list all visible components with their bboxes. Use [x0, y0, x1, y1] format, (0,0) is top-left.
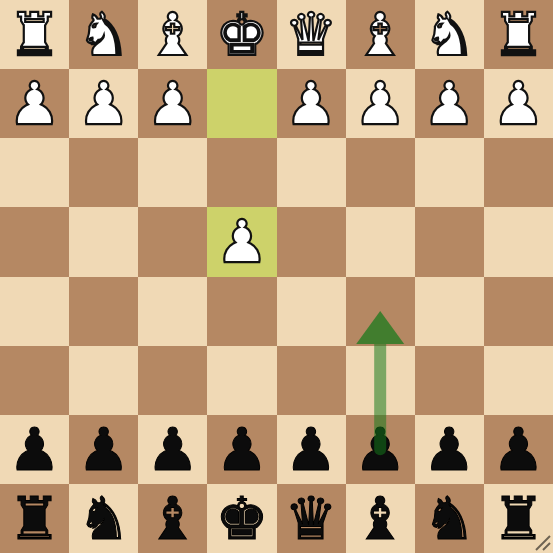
- black-rook[interactable]: ♜: [8, 484, 61, 553]
- black-bishop[interactable]: ♝: [146, 484, 199, 553]
- square-b8[interactable]: ♞: [415, 484, 484, 553]
- square-h7[interactable]: ♟: [0, 415, 69, 484]
- square-b4[interactable]: [415, 207, 484, 276]
- white-knight[interactable]: ♞: [77, 0, 130, 69]
- square-a6[interactable]: [484, 346, 553, 415]
- white-pawn[interactable]: ♟: [8, 69, 61, 138]
- black-bishop[interactable]: ♝: [354, 484, 407, 553]
- square-b3[interactable]: [415, 138, 484, 207]
- square-e8[interactable]: ♚: [207, 484, 276, 553]
- square-a5[interactable]: [484, 277, 553, 346]
- white-pawn[interactable]: ♟: [423, 69, 476, 138]
- square-h6[interactable]: [0, 346, 69, 415]
- square-e6[interactable]: [207, 346, 276, 415]
- square-g5[interactable]: [69, 277, 138, 346]
- square-e1[interactable]: ♚: [207, 0, 276, 69]
- white-pawn[interactable]: ♟: [215, 207, 268, 276]
- square-c4[interactable]: [346, 207, 415, 276]
- white-rook[interactable]: ♜: [8, 0, 61, 69]
- square-c2[interactable]: ♟: [346, 69, 415, 138]
- black-pawn[interactable]: ♟: [215, 415, 268, 484]
- chess-board: ♜♞♝♚♛♝♞♜♟♟♟♟♟♟♟♟♟♟♟♟♟♟♟♟♜♞♝♚♛♝♞♜: [0, 0, 553, 553]
- white-pawn[interactable]: ♟: [146, 69, 199, 138]
- square-c6[interactable]: [346, 346, 415, 415]
- square-c3[interactable]: [346, 138, 415, 207]
- chess-board-container: ♜♞♝♚♛♝♞♜♟♟♟♟♟♟♟♟♟♟♟♟♟♟♟♟♜♞♝♚♛♝♞♜: [0, 0, 553, 553]
- square-e7[interactable]: ♟: [207, 415, 276, 484]
- black-pawn[interactable]: ♟: [354, 415, 407, 484]
- square-c1[interactable]: ♝: [346, 0, 415, 69]
- square-b6[interactable]: [415, 346, 484, 415]
- black-pawn[interactable]: ♟: [285, 415, 338, 484]
- square-b7[interactable]: ♟: [415, 415, 484, 484]
- square-f6[interactable]: [138, 346, 207, 415]
- white-pawn[interactable]: ♟: [77, 69, 130, 138]
- square-g8[interactable]: ♞: [69, 484, 138, 553]
- square-a4[interactable]: [484, 207, 553, 276]
- square-f5[interactable]: [138, 277, 207, 346]
- square-f2[interactable]: ♟: [138, 69, 207, 138]
- square-h5[interactable]: [0, 277, 69, 346]
- square-g4[interactable]: [69, 207, 138, 276]
- white-pawn[interactable]: ♟: [354, 69, 407, 138]
- white-bishop[interactable]: ♝: [354, 0, 407, 69]
- square-b2[interactable]: ♟: [415, 69, 484, 138]
- square-e4[interactable]: ♟: [207, 207, 276, 276]
- square-d1[interactable]: ♛: [277, 0, 346, 69]
- square-c5[interactable]: [346, 277, 415, 346]
- white-rook[interactable]: ♜: [492, 0, 545, 69]
- square-h4[interactable]: [0, 207, 69, 276]
- square-b5[interactable]: [415, 277, 484, 346]
- square-f3[interactable]: [138, 138, 207, 207]
- square-e3[interactable]: [207, 138, 276, 207]
- square-a2[interactable]: ♟: [484, 69, 553, 138]
- square-g3[interactable]: [69, 138, 138, 207]
- black-pawn[interactable]: ♟: [8, 415, 61, 484]
- white-queen[interactable]: ♛: [285, 0, 338, 69]
- square-h1[interactable]: ♜: [0, 0, 69, 69]
- square-d3[interactable]: [277, 138, 346, 207]
- square-h3[interactable]: [0, 138, 69, 207]
- square-a3[interactable]: [484, 138, 553, 207]
- square-b1[interactable]: ♞: [415, 0, 484, 69]
- black-pawn[interactable]: ♟: [492, 415, 545, 484]
- white-king[interactable]: ♚: [215, 0, 268, 69]
- black-pawn[interactable]: ♟: [423, 415, 476, 484]
- square-d2[interactable]: ♟: [277, 69, 346, 138]
- board-resize-handle-icon[interactable]: [533, 533, 553, 553]
- square-f7[interactable]: ♟: [138, 415, 207, 484]
- white-pawn[interactable]: ♟: [492, 69, 545, 138]
- white-knight[interactable]: ♞: [423, 0, 476, 69]
- black-pawn[interactable]: ♟: [77, 415, 130, 484]
- square-d8[interactable]: ♛: [277, 484, 346, 553]
- square-f1[interactable]: ♝: [138, 0, 207, 69]
- square-f8[interactable]: ♝: [138, 484, 207, 553]
- black-king[interactable]: ♚: [215, 484, 268, 553]
- square-e2[interactable]: [207, 69, 276, 138]
- square-d4[interactable]: [277, 207, 346, 276]
- black-knight[interactable]: ♞: [423, 484, 476, 553]
- black-knight[interactable]: ♞: [77, 484, 130, 553]
- square-c7[interactable]: ♟: [346, 415, 415, 484]
- black-queen[interactable]: ♛: [285, 484, 338, 553]
- square-h8[interactable]: ♜: [0, 484, 69, 553]
- white-bishop[interactable]: ♝: [146, 0, 199, 69]
- square-h2[interactable]: ♟: [0, 69, 69, 138]
- square-d5[interactable]: [277, 277, 346, 346]
- square-c8[interactable]: ♝: [346, 484, 415, 553]
- square-g6[interactable]: [69, 346, 138, 415]
- square-e5[interactable]: [207, 277, 276, 346]
- black-pawn[interactable]: ♟: [146, 415, 199, 484]
- square-f4[interactable]: [138, 207, 207, 276]
- square-d6[interactable]: [277, 346, 346, 415]
- square-g1[interactable]: ♞: [69, 0, 138, 69]
- white-pawn[interactable]: ♟: [285, 69, 338, 138]
- square-g7[interactable]: ♟: [69, 415, 138, 484]
- square-g2[interactable]: ♟: [69, 69, 138, 138]
- square-a7[interactable]: ♟: [484, 415, 553, 484]
- square-d7[interactable]: ♟: [277, 415, 346, 484]
- square-a1[interactable]: ♜: [484, 0, 553, 69]
